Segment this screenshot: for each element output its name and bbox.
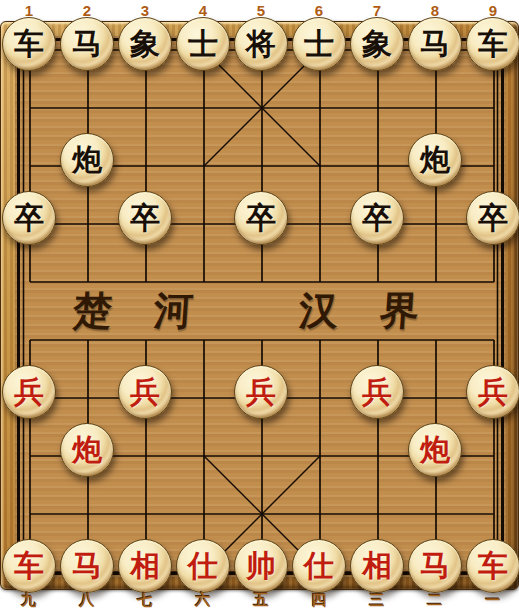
piece-glyph: 相 [130,539,160,593]
piece-black-chariot[interactable]: 车 [2,17,56,71]
piece-black-horse[interactable]: 马 [60,17,114,71]
piece-red-soldier[interactable]: 兵 [234,365,288,419]
file-label-bottom-6: 四 [304,592,334,609]
file-label-bottom-1: 九 [14,592,44,609]
file-label-bottom-3: 七 [130,592,160,609]
file-label-bottom-9: 一 [478,592,508,609]
piece-glyph: 兵 [130,365,160,419]
file-label-bottom-5: 五 [246,592,276,609]
piece-glyph: 兵 [478,365,508,419]
file-label-bottom-4: 六 [188,592,218,609]
piece-glyph: 士 [304,17,334,71]
piece-glyph: 卒 [246,191,276,245]
piece-glyph: 炮 [72,133,102,187]
piece-glyph: 车 [14,539,44,593]
piece-black-elephant[interactable]: 象 [350,17,404,71]
piece-black-soldier[interactable]: 卒 [2,191,56,245]
piece-glyph: 卒 [478,191,508,245]
piece-red-general[interactable]: 帅 [234,539,288,593]
piece-red-horse[interactable]: 马 [60,539,114,593]
piece-black-advisor[interactable]: 士 [176,17,230,71]
piece-glyph: 帅 [246,539,276,593]
piece-red-soldier[interactable]: 兵 [118,365,172,419]
piece-red-horse[interactable]: 马 [408,539,462,593]
file-label-bottom-7: 三 [362,592,392,609]
piece-glyph: 卒 [362,191,392,245]
piece-black-chariot[interactable]: 车 [466,17,519,71]
piece-black-cannon[interactable]: 炮 [60,133,114,187]
piece-red-elephant[interactable]: 相 [350,539,404,593]
piece-black-cannon[interactable]: 炮 [408,133,462,187]
piece-glyph: 车 [14,17,44,71]
piece-red-soldier[interactable]: 兵 [350,365,404,419]
xiangqi-board: 楚 河 汉 界 [15,36,506,577]
piece-glyph: 象 [130,17,160,71]
piece-glyph: 马 [72,17,102,71]
piece-red-advisor[interactable]: 仕 [292,539,346,593]
piece-glyph: 车 [478,539,508,593]
piece-black-soldier[interactable]: 卒 [234,191,288,245]
piece-glyph: 炮 [72,423,102,477]
piece-glyph: 象 [362,17,392,71]
file-label-bottom-2: 八 [72,592,102,609]
piece-black-soldier[interactable]: 卒 [350,191,404,245]
river-text-left: 楚 河 [65,283,201,339]
piece-glyph: 炮 [420,133,450,187]
file-label-bottom-8: 二 [420,592,450,609]
piece-glyph: 兵 [362,365,392,419]
piece-black-general[interactable]: 将 [234,17,288,71]
piece-glyph: 卒 [14,191,44,245]
piece-glyph: 相 [362,539,392,593]
piece-red-soldier[interactable]: 兵 [2,365,56,419]
piece-glyph: 马 [72,539,102,593]
piece-red-chariot[interactable]: 车 [466,539,519,593]
piece-glyph: 仕 [304,539,334,593]
piece-glyph: 兵 [246,365,276,419]
piece-red-soldier[interactable]: 兵 [466,365,519,419]
piece-black-elephant[interactable]: 象 [118,17,172,71]
piece-black-advisor[interactable]: 士 [292,17,346,71]
piece-glyph: 将 [246,17,276,71]
piece-glyph: 马 [420,539,450,593]
piece-black-soldier[interactable]: 卒 [118,191,172,245]
piece-red-cannon[interactable]: 炮 [408,423,462,477]
piece-glyph: 仕 [188,539,218,593]
piece-black-soldier[interactable]: 卒 [466,191,519,245]
piece-glyph: 马 [420,17,450,71]
piece-red-advisor[interactable]: 仕 [176,539,230,593]
piece-red-cannon[interactable]: 炮 [60,423,114,477]
piece-glyph: 炮 [420,423,450,477]
river-text-right: 汉 界 [291,283,427,339]
piece-red-elephant[interactable]: 相 [118,539,172,593]
piece-glyph: 兵 [14,365,44,419]
piece-glyph: 士 [188,17,218,71]
piece-black-horse[interactable]: 马 [408,17,462,71]
xiangqi-board-frame: 楚 河 汉 界 [0,21,519,590]
piece-glyph: 车 [478,17,508,71]
piece-glyph: 卒 [130,191,160,245]
piece-red-chariot[interactable]: 车 [2,539,56,593]
